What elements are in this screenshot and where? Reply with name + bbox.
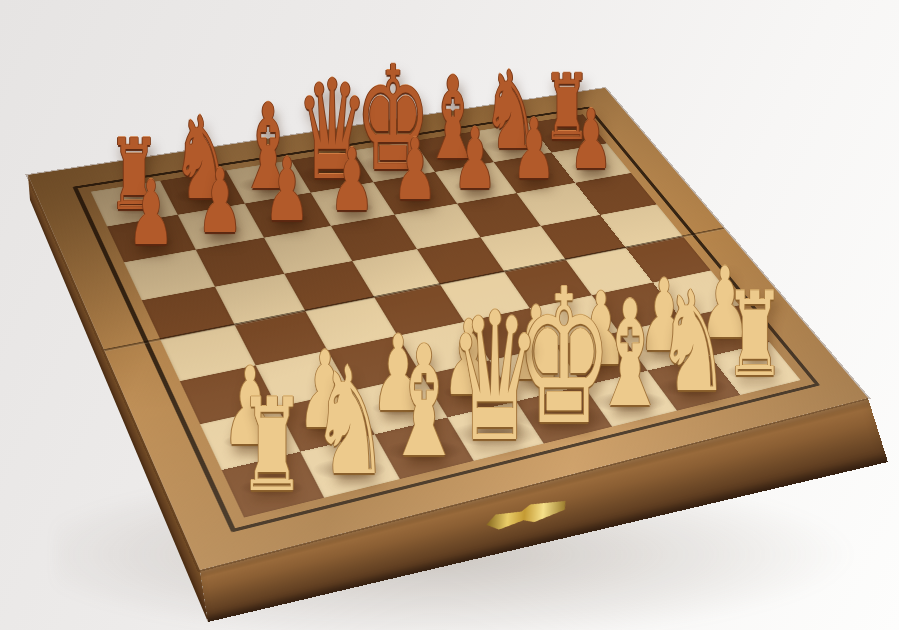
black-pawn-glyph: ♟	[454, 117, 498, 201]
white-rook-glyph: ♜	[725, 277, 785, 393]
chess-set-photo: ♜♞♝♛♚♝♞♜♟♟♟♟♟♟♟♟♟♟♟♟♟♟♟♟♜♞♝♛♚♝♞♜	[0, 0, 899, 630]
brass-latch-icon	[484, 496, 568, 534]
white-knight-glyph: ♞	[311, 347, 388, 496]
black-pawn-glyph: ♟	[512, 108, 555, 191]
black-pawn-glyph: ♟	[393, 127, 437, 212]
black-pawn-glyph: ♟	[265, 147, 310, 234]
white-knight-glyph: ♞	[657, 273, 729, 412]
black-pawn-glyph: ♟	[569, 99, 612, 181]
white-rook-glyph: ♜	[239, 382, 306, 510]
white-bishop-glyph: ♝	[384, 326, 464, 479]
black-pawn-glyph: ♟	[330, 137, 375, 223]
black-pawn-glyph: ♟	[128, 169, 174, 258]
black-pawn-glyph: ♟	[197, 158, 243, 246]
